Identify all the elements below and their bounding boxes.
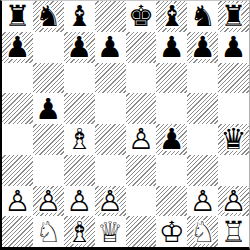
piece-glyph: ♛ bbox=[218, 125, 249, 154]
piece-glyph: ♔ bbox=[156, 217, 187, 246]
piece-glyph: ♞ bbox=[187, 2, 218, 31]
piece-halo: ♟ bbox=[156, 33, 187, 62]
square-c5[interactable] bbox=[64, 93, 95, 124]
square-f7[interactable]: ♟♟ bbox=[156, 32, 187, 63]
piece-glyph: ♙ bbox=[64, 186, 95, 215]
piece-white-bishop: ♝♗ bbox=[64, 216, 95, 247]
square-f2[interactable] bbox=[156, 186, 187, 217]
piece-halo: ♟ bbox=[187, 33, 218, 62]
piece-white-queen: ♛♕ bbox=[95, 216, 126, 247]
piece-glyph: ♟ bbox=[156, 33, 187, 62]
piece-white-pawn: ♟♙ bbox=[33, 186, 64, 217]
piece-halo: ♞ bbox=[187, 2, 218, 31]
piece-halo: ♞ bbox=[33, 2, 64, 31]
square-a7[interactable]: ♟♟ bbox=[2, 32, 33, 63]
piece-black-pawn: ♟♟ bbox=[95, 32, 126, 63]
square-f6[interactable] bbox=[156, 63, 187, 94]
piece-glyph: ♙ bbox=[218, 186, 249, 215]
square-g3[interactable] bbox=[187, 155, 218, 186]
square-a8[interactable]: ♜♜ bbox=[2, 1, 33, 32]
square-f8[interactable]: ♝♝ bbox=[156, 1, 187, 32]
piece-black-king: ♚♚ bbox=[126, 1, 157, 32]
piece-halo: ♟ bbox=[2, 33, 33, 62]
square-e7[interactable] bbox=[126, 32, 157, 63]
square-a1[interactable] bbox=[2, 216, 33, 247]
square-g2[interactable]: ♟♙ bbox=[187, 186, 218, 217]
piece-glyph: ♘ bbox=[187, 217, 218, 246]
square-c2[interactable]: ♟♙ bbox=[64, 186, 95, 217]
piece-glyph: ♟ bbox=[187, 33, 218, 62]
piece-white-pawn: ♟♙ bbox=[2, 186, 33, 217]
square-d6[interactable] bbox=[95, 63, 126, 94]
square-a3[interactable] bbox=[2, 155, 33, 186]
square-g5[interactable] bbox=[187, 93, 218, 124]
piece-white-pawn: ♟♙ bbox=[126, 124, 157, 155]
piece-black-bishop: ♝♝ bbox=[64, 1, 95, 32]
square-d8[interactable] bbox=[95, 1, 126, 32]
piece-glyph: ♙ bbox=[95, 186, 126, 215]
piece-glyph: ♞ bbox=[33, 2, 64, 31]
piece-halo: ♟ bbox=[218, 33, 249, 62]
piece-halo: ♟ bbox=[2, 186, 33, 215]
piece-white-knight: ♞♘ bbox=[187, 216, 218, 247]
piece-halo: ♟ bbox=[95, 186, 126, 215]
square-h6[interactable] bbox=[218, 63, 249, 94]
piece-black-rook: ♜♜ bbox=[218, 1, 249, 32]
piece-halo: ♞ bbox=[187, 217, 218, 246]
piece-white-king: ♚♔ bbox=[156, 216, 187, 247]
square-f3[interactable] bbox=[156, 155, 187, 186]
square-e1[interactable] bbox=[126, 216, 157, 247]
square-b3[interactable] bbox=[33, 155, 64, 186]
chess-board: ♜♜♞♞♝♝♚♚♝♝♞♞♜♜♟♟♟♟♟♟♟♟♟♟♟♟♟♟♝♗♟♙♟♟♛♛♟♙♟♙… bbox=[0, 0, 250, 250]
square-e3[interactable] bbox=[126, 155, 157, 186]
piece-glyph: ♗ bbox=[64, 217, 95, 246]
square-b8[interactable]: ♞♞ bbox=[33, 1, 64, 32]
piece-halo: ♟ bbox=[33, 94, 64, 123]
piece-glyph: ♝ bbox=[64, 2, 95, 31]
piece-black-bishop: ♝♝ bbox=[156, 1, 187, 32]
piece-black-pawn: ♟♟ bbox=[156, 124, 187, 155]
square-e4[interactable]: ♟♙ bbox=[126, 124, 157, 155]
piece-glyph: ♟ bbox=[2, 33, 33, 62]
square-h4[interactable]: ♛♛ bbox=[218, 124, 249, 155]
piece-glyph: ♘ bbox=[33, 217, 64, 246]
square-c7[interactable]: ♟♟ bbox=[64, 32, 95, 63]
square-e6[interactable] bbox=[126, 63, 157, 94]
square-h8[interactable]: ♜♜ bbox=[218, 1, 249, 32]
square-a5[interactable] bbox=[2, 93, 33, 124]
piece-glyph: ♟ bbox=[64, 33, 95, 62]
piece-halo: ♟ bbox=[126, 125, 157, 154]
square-d2[interactable]: ♟♙ bbox=[95, 186, 126, 217]
square-d3[interactable] bbox=[95, 155, 126, 186]
piece-black-queen: ♛♛ bbox=[218, 124, 249, 155]
piece-glyph: ♜ bbox=[218, 2, 249, 31]
square-c6[interactable] bbox=[64, 63, 95, 94]
piece-halo: ♚ bbox=[156, 217, 187, 246]
square-b1[interactable]: ♞♘ bbox=[33, 216, 64, 247]
square-g8[interactable]: ♞♞ bbox=[187, 1, 218, 32]
piece-black-pawn: ♟♟ bbox=[156, 32, 187, 63]
piece-halo: ♟ bbox=[187, 186, 218, 215]
square-b7[interactable] bbox=[33, 32, 64, 63]
square-h7[interactable]: ♟♟ bbox=[218, 32, 249, 63]
piece-black-knight: ♞♞ bbox=[33, 1, 64, 32]
piece-halo: ♜ bbox=[218, 217, 249, 246]
square-f1[interactable]: ♚♔ bbox=[156, 216, 187, 247]
square-b5[interactable]: ♟♟ bbox=[33, 93, 64, 124]
piece-black-pawn: ♟♟ bbox=[33, 93, 64, 124]
piece-halo: ♟ bbox=[218, 186, 249, 215]
piece-halo: ♟ bbox=[64, 186, 95, 215]
square-h1[interactable]: ♜♖ bbox=[218, 216, 249, 247]
square-c1[interactable]: ♝♗ bbox=[64, 216, 95, 247]
piece-glyph: ♚ bbox=[126, 2, 157, 31]
piece-white-pawn: ♟♙ bbox=[218, 186, 249, 217]
chess-diagram: ♜♜♞♞♝♝♚♚♝♝♞♞♜♜♟♟♟♟♟♟♟♟♟♟♟♟♟♟♝♗♟♙♟♟♛♛♟♙♟♙… bbox=[0, 0, 250, 250]
piece-black-rook: ♜♜ bbox=[2, 1, 33, 32]
piece-halo: ♜ bbox=[218, 2, 249, 31]
piece-black-pawn: ♟♟ bbox=[218, 32, 249, 63]
square-e5[interactable] bbox=[126, 93, 157, 124]
piece-glyph: ♟ bbox=[218, 33, 249, 62]
square-d7[interactable]: ♟♟ bbox=[95, 32, 126, 63]
piece-halo: ♚ bbox=[126, 2, 157, 31]
piece-white-bishop: ♝♗ bbox=[64, 124, 95, 155]
square-a2[interactable]: ♟♙ bbox=[2, 186, 33, 217]
piece-glyph: ♝ bbox=[156, 2, 187, 31]
piece-halo: ♟ bbox=[95, 33, 126, 62]
piece-glyph: ♙ bbox=[187, 186, 218, 215]
piece-halo: ♝ bbox=[64, 125, 95, 154]
square-d1[interactable]: ♛♕ bbox=[95, 216, 126, 247]
piece-white-knight: ♞♘ bbox=[33, 216, 64, 247]
piece-halo: ♟ bbox=[64, 33, 95, 62]
square-a4[interactable] bbox=[2, 124, 33, 155]
piece-halo: ♛ bbox=[218, 125, 249, 154]
piece-halo: ♝ bbox=[64, 2, 95, 31]
piece-halo: ♜ bbox=[2, 2, 33, 31]
piece-white-pawn: ♟♙ bbox=[64, 186, 95, 217]
piece-white-rook: ♜♖ bbox=[218, 216, 249, 247]
square-e8[interactable]: ♚♚ bbox=[126, 1, 157, 32]
square-g7[interactable]: ♟♟ bbox=[187, 32, 218, 63]
piece-black-pawn: ♟♟ bbox=[187, 32, 218, 63]
piece-glyph: ♜ bbox=[2, 2, 33, 31]
square-h3[interactable] bbox=[218, 155, 249, 186]
piece-halo: ♟ bbox=[156, 125, 187, 154]
square-g1[interactable]: ♞♘ bbox=[187, 216, 218, 247]
square-f5[interactable] bbox=[156, 93, 187, 124]
piece-glyph: ♙ bbox=[2, 186, 33, 215]
piece-white-pawn: ♟♙ bbox=[187, 186, 218, 217]
square-b6[interactable] bbox=[33, 63, 64, 94]
piece-black-knight: ♞♞ bbox=[187, 1, 218, 32]
square-h2[interactable]: ♟♙ bbox=[218, 186, 249, 217]
piece-glyph: ♖ bbox=[218, 217, 249, 246]
piece-glyph: ♟ bbox=[95, 33, 126, 62]
piece-white-pawn: ♟♙ bbox=[95, 186, 126, 217]
piece-glyph: ♕ bbox=[95, 217, 126, 246]
square-a6[interactable] bbox=[2, 63, 33, 94]
square-f4[interactable]: ♟♟ bbox=[156, 124, 187, 155]
square-g4[interactable] bbox=[187, 124, 218, 155]
piece-halo: ♞ bbox=[33, 217, 64, 246]
piece-black-pawn: ♟♟ bbox=[2, 32, 33, 63]
piece-halo: ♛ bbox=[95, 217, 126, 246]
square-h5[interactable] bbox=[218, 93, 249, 124]
square-d4[interactable] bbox=[95, 124, 126, 155]
square-b4[interactable] bbox=[33, 124, 64, 155]
square-e2[interactable] bbox=[126, 186, 157, 217]
square-g6[interactable] bbox=[187, 63, 218, 94]
piece-glyph: ♟ bbox=[33, 94, 64, 123]
piece-glyph: ♗ bbox=[64, 125, 95, 154]
square-b2[interactable]: ♟♙ bbox=[33, 186, 64, 217]
square-c8[interactable]: ♝♝ bbox=[64, 1, 95, 32]
piece-halo: ♟ bbox=[33, 186, 64, 215]
piece-halo: ♝ bbox=[64, 217, 95, 246]
piece-halo: ♝ bbox=[156, 2, 187, 31]
piece-black-pawn: ♟♟ bbox=[64, 32, 95, 63]
piece-glyph: ♟ bbox=[156, 125, 187, 154]
square-d5[interactable] bbox=[95, 93, 126, 124]
piece-glyph: ♙ bbox=[33, 186, 64, 215]
square-c3[interactable] bbox=[64, 155, 95, 186]
piece-glyph: ♙ bbox=[126, 125, 157, 154]
square-c4[interactable]: ♝♗ bbox=[64, 124, 95, 155]
